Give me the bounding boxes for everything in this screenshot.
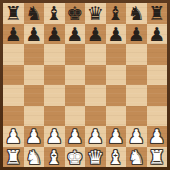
piece-black-knight[interactable]: ♞ [25, 3, 42, 23]
square-g2[interactable]: ♟ [126, 126, 147, 147]
square-g1[interactable]: ♞ [126, 147, 147, 168]
piece-white-pawn[interactable]: ♟ [5, 126, 22, 146]
square-a3[interactable] [3, 106, 24, 127]
piece-white-pawn[interactable]: ♟ [66, 126, 83, 146]
piece-black-pawn[interactable]: ♟ [87, 24, 104, 44]
piece-white-king[interactable]: ♚ [66, 147, 83, 167]
piece-black-bishop[interactable]: ♝ [46, 3, 63, 23]
square-d1[interactable]: ♚ [65, 147, 86, 168]
square-a5[interactable] [3, 65, 24, 86]
square-h5[interactable] [147, 65, 168, 86]
square-b5[interactable] [24, 65, 45, 86]
square-h7[interactable]: ♟ [147, 24, 168, 45]
square-c8[interactable]: ♝ [44, 3, 65, 24]
piece-white-knight[interactable]: ♞ [25, 147, 42, 167]
piece-black-bishop[interactable]: ♝ [107, 3, 124, 23]
square-d2[interactable]: ♟ [65, 126, 86, 147]
square-e4[interactable] [85, 85, 106, 106]
square-g7[interactable]: ♟ [126, 24, 147, 45]
square-d3[interactable] [65, 106, 86, 127]
piece-white-rook[interactable]: ♜ [5, 147, 22, 167]
piece-white-pawn[interactable]: ♟ [107, 126, 124, 146]
square-f2[interactable]: ♟ [106, 126, 127, 147]
square-e3[interactable] [85, 106, 106, 127]
square-c3[interactable] [44, 106, 65, 127]
piece-black-pawn[interactable]: ♟ [5, 24, 22, 44]
square-g4[interactable] [126, 85, 147, 106]
square-f3[interactable] [106, 106, 127, 127]
square-d6[interactable] [65, 44, 86, 65]
piece-black-queen[interactable]: ♛ [87, 3, 104, 23]
piece-white-knight[interactable]: ♞ [128, 147, 145, 167]
square-e6[interactable] [85, 44, 106, 65]
piece-black-knight[interactable]: ♞ [128, 3, 145, 23]
chess-board: ♜♞♝♚♛♝♞♜♟♟♟♟♟♟♟♟♟♟♟♟♟♟♟♟♜♞♝♚♛♝♞♜ [3, 3, 167, 167]
square-c4[interactable] [44, 85, 65, 106]
square-a7[interactable]: ♟ [3, 24, 24, 45]
piece-white-pawn[interactable]: ♟ [148, 126, 165, 146]
square-d5[interactable] [65, 65, 86, 86]
piece-black-rook[interactable]: ♜ [5, 3, 22, 23]
piece-black-pawn[interactable]: ♟ [107, 24, 124, 44]
square-h2[interactable]: ♟ [147, 126, 168, 147]
square-c1[interactable]: ♝ [44, 147, 65, 168]
square-c7[interactable]: ♟ [44, 24, 65, 45]
square-g5[interactable] [126, 65, 147, 86]
square-a6[interactable] [3, 44, 24, 65]
piece-white-rook[interactable]: ♜ [148, 147, 165, 167]
square-b8[interactable]: ♞ [24, 3, 45, 24]
square-a4[interactable] [3, 85, 24, 106]
square-e2[interactable]: ♟ [85, 126, 106, 147]
square-h8[interactable]: ♜ [147, 3, 168, 24]
square-e7[interactable]: ♟ [85, 24, 106, 45]
square-f7[interactable]: ♟ [106, 24, 127, 45]
square-a8[interactable]: ♜ [3, 3, 24, 24]
square-g3[interactable] [126, 106, 147, 127]
piece-white-pawn[interactable]: ♟ [46, 126, 63, 146]
square-d4[interactable] [65, 85, 86, 106]
square-h4[interactable] [147, 85, 168, 106]
square-e8[interactable]: ♛ [85, 3, 106, 24]
square-f1[interactable]: ♝ [106, 147, 127, 168]
piece-white-queen[interactable]: ♛ [87, 147, 104, 167]
piece-black-pawn[interactable]: ♟ [25, 24, 42, 44]
square-b2[interactable]: ♟ [24, 126, 45, 147]
square-g8[interactable]: ♞ [126, 3, 147, 24]
square-a2[interactable]: ♟ [3, 126, 24, 147]
piece-black-rook[interactable]: ♜ [148, 3, 165, 23]
piece-white-pawn[interactable]: ♟ [25, 126, 42, 146]
square-c6[interactable] [44, 44, 65, 65]
piece-black-pawn[interactable]: ♟ [46, 24, 63, 44]
piece-white-bishop[interactable]: ♝ [107, 147, 124, 167]
square-f8[interactable]: ♝ [106, 3, 127, 24]
piece-black-pawn[interactable]: ♟ [148, 24, 165, 44]
square-d7[interactable]: ♟ [65, 24, 86, 45]
square-h1[interactable]: ♜ [147, 147, 168, 168]
piece-black-pawn[interactable]: ♟ [66, 24, 83, 44]
square-e5[interactable] [85, 65, 106, 86]
piece-white-pawn[interactable]: ♟ [87, 126, 104, 146]
square-c5[interactable] [44, 65, 65, 86]
piece-white-pawn[interactable]: ♟ [128, 126, 145, 146]
square-f6[interactable] [106, 44, 127, 65]
board-frame: ♜♞♝♚♛♝♞♜♟♟♟♟♟♟♟♟♟♟♟♟♟♟♟♟♜♞♝♚♛♝♞♜ [0, 0, 170, 170]
square-b3[interactable] [24, 106, 45, 127]
square-h6[interactable] [147, 44, 168, 65]
piece-black-pawn[interactable]: ♟ [128, 24, 145, 44]
square-e1[interactable]: ♛ [85, 147, 106, 168]
square-g6[interactable] [126, 44, 147, 65]
square-d8[interactable]: ♚ [65, 3, 86, 24]
square-h3[interactable] [147, 106, 168, 127]
piece-black-king[interactable]: ♚ [66, 3, 83, 23]
square-f5[interactable] [106, 65, 127, 86]
square-f4[interactable] [106, 85, 127, 106]
square-b7[interactable]: ♟ [24, 24, 45, 45]
square-c2[interactable]: ♟ [44, 126, 65, 147]
square-a1[interactable]: ♜ [3, 147, 24, 168]
square-b4[interactable] [24, 85, 45, 106]
piece-white-bishop[interactable]: ♝ [46, 147, 63, 167]
square-b6[interactable] [24, 44, 45, 65]
square-b1[interactable]: ♞ [24, 147, 45, 168]
